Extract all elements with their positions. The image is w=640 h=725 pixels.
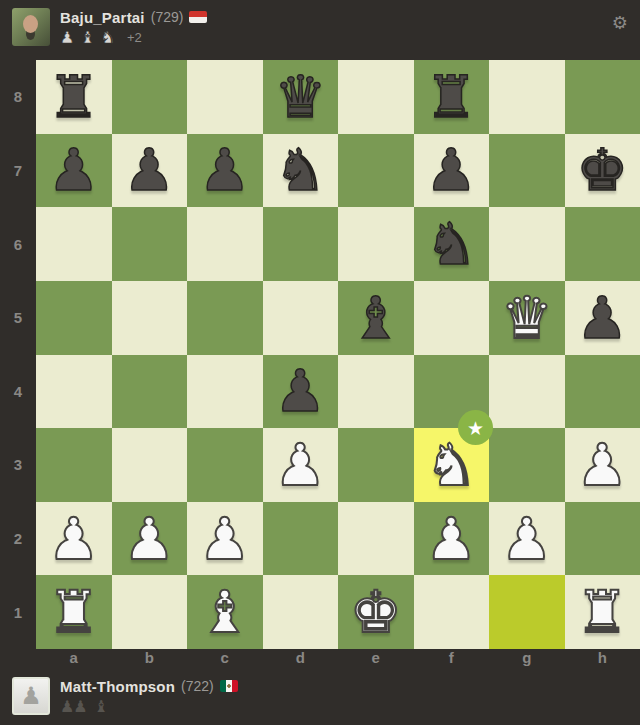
square-g6[interactable] bbox=[489, 207, 565, 281]
square-d1[interactable] bbox=[263, 575, 339, 649]
top-player-captured-pieces: ♟♝♞+2 bbox=[60, 28, 207, 46]
rank-labels: 87654321 bbox=[0, 60, 36, 649]
square-h8[interactable] bbox=[565, 60, 640, 134]
square-d6[interactable] bbox=[263, 207, 339, 281]
rank-label-8: 8 bbox=[0, 60, 36, 134]
square-c5[interactable] bbox=[187, 281, 263, 355]
file-label-b: b bbox=[112, 648, 188, 666]
mexico-flag-icon bbox=[220, 680, 238, 692]
piece-bP-f7[interactable]: ♟ bbox=[425, 141, 477, 199]
piece-bQ-d8[interactable]: ♛ bbox=[274, 68, 326, 126]
bottom-player-avatar[interactable]: ♟ bbox=[12, 677, 50, 715]
square-b6[interactable] bbox=[112, 207, 188, 281]
square-e3[interactable] bbox=[338, 428, 414, 502]
square-g3[interactable] bbox=[489, 428, 565, 502]
square-a5[interactable] bbox=[36, 281, 112, 355]
square-e1[interactable]: ♚ bbox=[338, 575, 414, 649]
indonesia-flag-icon bbox=[189, 11, 207, 23]
file-label-d: d bbox=[263, 648, 339, 666]
piece-bR-a8[interactable]: ♜ bbox=[48, 68, 100, 126]
captured-wB-icon: ♝ bbox=[80, 30, 94, 46]
square-b3[interactable] bbox=[112, 428, 188, 502]
piece-wB-c1[interactable]: ♝ bbox=[199, 583, 251, 641]
piece-wP-b2[interactable]: ♟ bbox=[123, 510, 175, 568]
square-c7[interactable]: ♟ bbox=[187, 134, 263, 208]
rank-label-5: 5 bbox=[0, 281, 36, 355]
square-h6[interactable] bbox=[565, 207, 640, 281]
square-f1[interactable] bbox=[414, 575, 490, 649]
square-h5[interactable]: ♟ bbox=[565, 281, 640, 355]
piece-bP-c7[interactable]: ♟ bbox=[199, 141, 251, 199]
square-g4[interactable] bbox=[489, 355, 565, 429]
square-e4[interactable] bbox=[338, 355, 414, 429]
avatar-photo-face bbox=[23, 15, 38, 33]
piece-wP-h3[interactable]: ♟ bbox=[576, 436, 628, 494]
square-f6[interactable]: ♞ bbox=[414, 207, 490, 281]
file-label-f: f bbox=[414, 648, 490, 666]
square-c2[interactable]: ♟ bbox=[187, 502, 263, 576]
bottom-player-name[interactable]: Matt-Thompson bbox=[60, 678, 175, 695]
square-a1[interactable]: ♜ bbox=[36, 575, 112, 649]
square-c8[interactable] bbox=[187, 60, 263, 134]
square-g7[interactable] bbox=[489, 134, 565, 208]
top-player-avatar[interactable] bbox=[12, 8, 50, 46]
square-e2[interactable] bbox=[338, 502, 414, 576]
square-f3[interactable]: ♞★ bbox=[414, 428, 490, 502]
piece-bN-d7[interactable]: ♞ bbox=[274, 141, 326, 199]
square-b7[interactable]: ♟ bbox=[112, 134, 188, 208]
piece-wQ-g5[interactable]: ♛ bbox=[501, 289, 553, 347]
bottom-player-rating: (722) bbox=[181, 678, 214, 694]
square-b2[interactable]: ♟ bbox=[112, 502, 188, 576]
rank-label-2: 2 bbox=[0, 502, 36, 576]
top-player-rating: (729) bbox=[151, 9, 184, 25]
square-a4[interactable] bbox=[36, 355, 112, 429]
file-label-h: h bbox=[565, 648, 640, 666]
rank-label-3: 3 bbox=[0, 428, 36, 502]
bottom-player-info: Matt-Thompson (722) ♟♟♝ bbox=[60, 677, 238, 715]
piece-wR-h1[interactable]: ♜ bbox=[576, 583, 628, 641]
rank-label-4: 4 bbox=[0, 355, 36, 429]
square-d5[interactable] bbox=[263, 281, 339, 355]
file-label-a: a bbox=[36, 648, 112, 666]
top-player-name[interactable]: Baju_Partai bbox=[60, 9, 145, 26]
square-d3[interactable]: ♟ bbox=[263, 428, 339, 502]
piece-bK-h7[interactable]: ♚ bbox=[576, 141, 628, 199]
best-move-star-icon: ★ bbox=[458, 410, 493, 445]
piece-bB-e5[interactable]: ♝ bbox=[350, 289, 402, 347]
square-a2[interactable]: ♟ bbox=[36, 502, 112, 576]
square-e8[interactable] bbox=[338, 60, 414, 134]
square-b1[interactable] bbox=[112, 575, 188, 649]
captured-wP-icon: ♟ bbox=[60, 30, 74, 46]
square-g5[interactable]: ♛ bbox=[489, 281, 565, 355]
piece-wP-f2[interactable]: ♟ bbox=[425, 510, 477, 568]
pawn-avatar-icon: ♟ bbox=[20, 684, 42, 708]
square-e5[interactable]: ♝ bbox=[338, 281, 414, 355]
square-b4[interactable] bbox=[112, 355, 188, 429]
rank-label-1: 1 bbox=[0, 575, 36, 649]
square-c4[interactable] bbox=[187, 355, 263, 429]
square-f7[interactable]: ♟ bbox=[414, 134, 490, 208]
square-d8[interactable]: ♛ bbox=[263, 60, 339, 134]
square-e6[interactable] bbox=[338, 207, 414, 281]
square-a6[interactable] bbox=[36, 207, 112, 281]
square-h1[interactable]: ♜ bbox=[565, 575, 640, 649]
piece-wR-a1[interactable]: ♜ bbox=[48, 583, 100, 641]
square-b5[interactable] bbox=[112, 281, 188, 355]
piece-bR-f8[interactable]: ♜ bbox=[425, 68, 477, 126]
file-label-c: c bbox=[187, 648, 263, 666]
piece-bP-a7[interactable]: ♟ bbox=[48, 141, 100, 199]
square-b8[interactable] bbox=[112, 60, 188, 134]
top-player-info: Baju_Partai (729) ♟♝♞+2 bbox=[60, 8, 207, 46]
piece-wP-d3[interactable]: ♟ bbox=[274, 436, 326, 494]
square-a8[interactable]: ♜ bbox=[36, 60, 112, 134]
square-h3[interactable]: ♟ bbox=[565, 428, 640, 502]
square-d7[interactable]: ♞ bbox=[263, 134, 339, 208]
square-h2[interactable] bbox=[565, 502, 640, 576]
piece-bP-d4[interactable]: ♟ bbox=[274, 362, 326, 420]
piece-wP-c2[interactable]: ♟ bbox=[199, 510, 251, 568]
piece-wP-g2[interactable]: ♟ bbox=[501, 510, 553, 568]
square-a7[interactable]: ♟ bbox=[36, 134, 112, 208]
square-h7[interactable]: ♚ bbox=[565, 134, 640, 208]
piece-bP-b7[interactable]: ♟ bbox=[123, 141, 175, 199]
captured-bB-icon: ♝ bbox=[94, 699, 108, 715]
file-label-g: g bbox=[489, 648, 565, 666]
file-label-e: e bbox=[338, 648, 414, 666]
material-advantage: +2 bbox=[127, 30, 142, 45]
piece-bN-f6[interactable]: ♞ bbox=[425, 215, 477, 273]
top-player-bar: Baju_Partai (729) ♟♝♞+2 ⚙ bbox=[0, 0, 640, 60]
square-d2[interactable] bbox=[263, 502, 339, 576]
file-labels: abcdefgh bbox=[36, 648, 640, 666]
piece-bP-h5[interactable]: ♟ bbox=[576, 289, 628, 347]
square-a3[interactable] bbox=[36, 428, 112, 502]
square-c6[interactable] bbox=[187, 207, 263, 281]
square-f8[interactable]: ♜ bbox=[414, 60, 490, 134]
square-g2[interactable]: ♟ bbox=[489, 502, 565, 576]
captured-wN-icon: ♞ bbox=[101, 30, 115, 46]
square-c3[interactable] bbox=[187, 428, 263, 502]
square-c1[interactable]: ♝ bbox=[187, 575, 263, 649]
piece-wK-e1[interactable]: ♚ bbox=[350, 583, 402, 641]
square-e7[interactable] bbox=[338, 134, 414, 208]
square-g8[interactable] bbox=[489, 60, 565, 134]
square-h4[interactable] bbox=[565, 355, 640, 429]
captured-bP-icon: ♟ bbox=[73, 699, 87, 715]
settings-gear-icon[interactable]: ⚙ bbox=[612, 14, 628, 32]
square-g1[interactable] bbox=[489, 575, 565, 649]
captured-bP-icon: ♟ bbox=[60, 699, 74, 715]
bottom-player-captured-pieces: ♟♟♝ bbox=[60, 697, 238, 715]
square-f5[interactable] bbox=[414, 281, 490, 355]
bottom-player-bar: ♟ Matt-Thompson (722) ♟♟♝ bbox=[0, 666, 640, 725]
square-d4[interactable]: ♟ bbox=[263, 355, 339, 429]
rank-label-6: 6 bbox=[0, 207, 36, 281]
rank-label-7: 7 bbox=[0, 134, 36, 208]
chess-board: ♜♛♜♟♟♟♞♟♚♞♝♛♟♟♟♞★♟♟♟♟♟♟♜♝♚♜ bbox=[36, 60, 640, 649]
square-f2[interactable]: ♟ bbox=[414, 502, 490, 576]
piece-wN-f3[interactable]: ♞ bbox=[425, 436, 477, 494]
piece-wP-a2[interactable]: ♟ bbox=[48, 510, 100, 568]
chess-game-screen: Baju_Partai (729) ♟♝♞+2 ⚙ 87654321 abcde… bbox=[0, 0, 640, 725]
